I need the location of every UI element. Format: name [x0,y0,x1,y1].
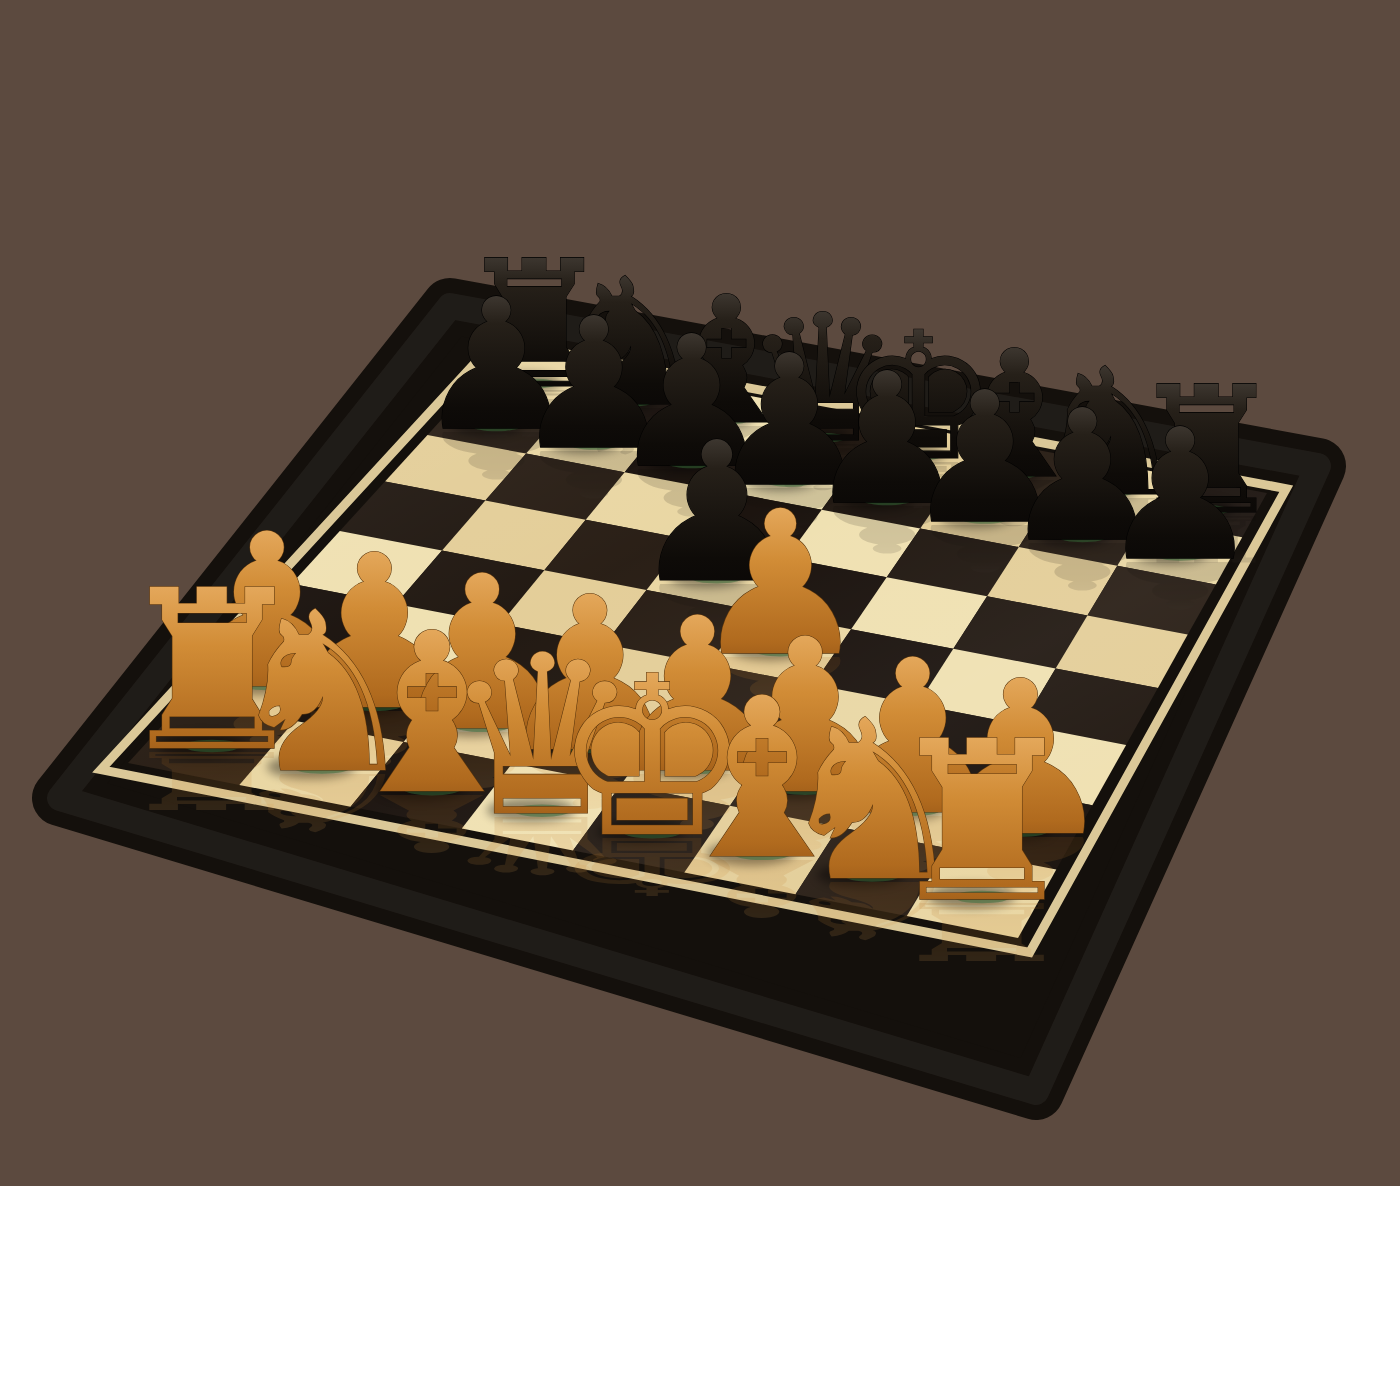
chess-board-photo: ♜♜♞♞♝♝♛♛♚♚♝♝♞♞♜♜♟♟♟♟♟♟♟♟♟♟♟♟♟♟♟♟♟♟♟♟♟♟♟♟… [0,0,1400,1186]
page-margin [0,1186,1400,1400]
white-rook-h1: ♜ [883,694,1081,951]
product-photo-page: ♜♜♞♞♝♝♛♛♚♚♝♝♞♞♜♜♟♟♟♟♟♟♟♟♟♟♟♟♟♟♟♟♟♟♟♟♟♟♟♟… [0,0,1400,1400]
chess-set-photo: ♜♜♞♞♝♝♛♛♚♚♝♝♞♞♜♜♟♟♟♟♟♟♟♟♟♟♟♟♟♟♟♟♟♟♟♟♟♟♟♟… [0,0,1400,1186]
black-pawn-h7: ♟ [1099,390,1261,601]
